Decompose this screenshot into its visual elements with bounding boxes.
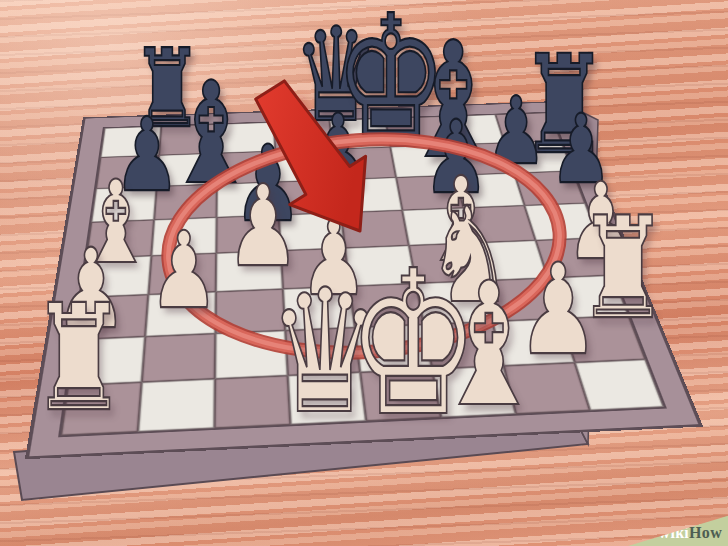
square-b2[interactable] (142, 334, 216, 383)
white-rook-a1[interactable]: ♜ (30, 285, 128, 432)
white-king-e1[interactable]: ♚ (347, 244, 480, 444)
square-b1[interactable] (138, 379, 215, 432)
white-pawn-b3[interactable]: ♟ (149, 217, 219, 323)
watermark-how: How (689, 524, 722, 541)
scene: ♜♛♚♝♟♜♟♟♝♟♟♟♝♟♝♟♟♟♟♞♜♟♜♛♚♝ wikiHow (0, 0, 728, 546)
black-pawn-d6[interactable]: ♟ (305, 102, 371, 201)
